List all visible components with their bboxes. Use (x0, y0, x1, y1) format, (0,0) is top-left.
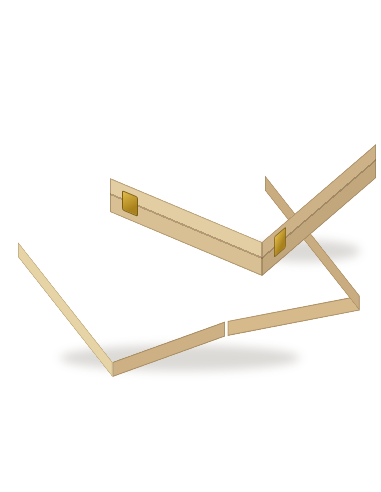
product-photo-wooden-game-set (0, 0, 381, 492)
chess-box-clasp2-icon (274, 226, 286, 257)
